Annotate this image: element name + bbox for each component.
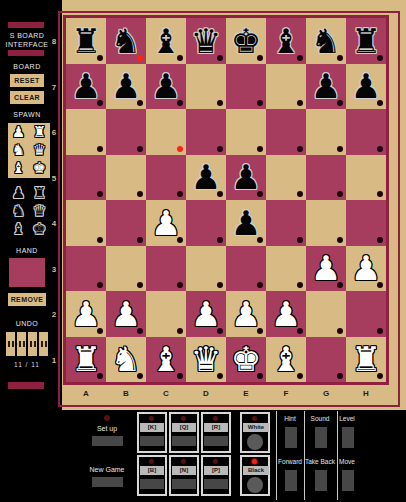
setup-button[interactable] xyxy=(92,436,123,446)
piece-button-label: [Q] xyxy=(172,423,196,432)
square-b6[interactable] xyxy=(106,109,146,155)
piece-button-box-n: [N] xyxy=(169,455,199,496)
undo-slot-4[interactable] xyxy=(39,332,48,356)
piece-button-label: [P] xyxy=(204,466,228,475)
piece-button-k[interactable] xyxy=(140,436,164,446)
piece-button-p[interactable] xyxy=(204,479,228,489)
file-label-h: H xyxy=(346,389,386,398)
spawn-black-king[interactable]: ♚ xyxy=(29,220,50,238)
black-pawn-icon: ♟ xyxy=(12,186,25,201)
square-h1[interactable]: ♜ xyxy=(346,337,386,383)
square-e8[interactable]: ♚ xyxy=(226,18,266,64)
control-divider-3 xyxy=(337,411,338,500)
square-a5[interactable] xyxy=(66,155,106,201)
piece-button-led xyxy=(181,416,186,421)
spawn-white-king[interactable]: ♚ xyxy=(29,159,50,177)
side-button-label: White xyxy=(243,423,269,432)
square-a6[interactable] xyxy=(66,109,106,155)
control-divider-1 xyxy=(276,411,277,500)
square-e7[interactable] xyxy=(226,64,266,110)
square-a4[interactable] xyxy=(66,200,106,246)
white-rook-a1: ♜ xyxy=(66,337,106,383)
black-pawn-b7: ♟ xyxy=(106,64,146,110)
black-knight-icon: ♞ xyxy=(12,204,25,219)
black-pawn-h7: ♟ xyxy=(346,64,386,110)
piece-button-label: [R] xyxy=(204,423,228,432)
square-f6[interactable] xyxy=(266,109,306,155)
black-pawn-d5: ♟ xyxy=(186,155,226,201)
spawn-white-pawn[interactable]: ♟ xyxy=(8,123,29,141)
accent-bar-title xyxy=(8,50,44,56)
white-king-e1: ♚ xyxy=(226,337,266,383)
black-bishop-icon: ♝ xyxy=(12,222,25,237)
chess-computer-ui: S BOARD INTERFACE BOARD RESET CLEAR SPAW… xyxy=(0,0,406,502)
spawn-palette-white: ♟♜♞♛♝♚ xyxy=(8,123,50,178)
spawn-black-rook[interactable]: ♜ xyxy=(29,184,50,202)
side-button-box-black: Black xyxy=(240,455,270,496)
file-label-f: F xyxy=(266,389,306,398)
white-pawn-b2: ♟ xyxy=(106,291,146,337)
square-b1[interactable]: ♞ xyxy=(106,337,146,383)
black-pawn-g7: ♟ xyxy=(306,64,346,110)
side-button-label: Black xyxy=(243,466,269,475)
clear-button[interactable]: CLEAR xyxy=(10,91,44,104)
square-c6[interactable] xyxy=(146,109,186,155)
black-pawn-c7: ♟ xyxy=(146,64,186,110)
black-bishop-c8: ♝ xyxy=(146,18,186,64)
control-panel: Set up New Game [K][Q][R][B][N][P] White… xyxy=(0,410,406,502)
square-c2[interactable] xyxy=(146,291,186,337)
undo-slot-1[interactable] xyxy=(6,332,15,356)
piece-button-n[interactable] xyxy=(172,479,196,489)
white-pawn-g3: ♟ xyxy=(306,246,346,292)
piece-button-b[interactable] xyxy=(140,479,164,489)
white-rook-icon: ♜ xyxy=(33,125,46,140)
white-king-icon: ♚ xyxy=(33,161,46,176)
square-f3[interactable] xyxy=(266,246,306,292)
spawn-white-rook[interactable]: ♜ xyxy=(29,123,50,141)
spawn-black-queen[interactable]: ♛ xyxy=(29,202,50,220)
accent-bar-top xyxy=(8,22,44,28)
white-bishop-icon: ♝ xyxy=(12,161,25,176)
white-pawn-d2: ♟ xyxy=(186,291,226,337)
remove-button[interactable]: REMOVE xyxy=(8,293,46,306)
square-h7[interactable]: ♟ xyxy=(346,64,386,110)
new-game-label: New Game xyxy=(78,466,136,473)
undo-slot-2[interactable] xyxy=(17,332,26,356)
piece-button-led xyxy=(149,459,154,464)
square-e3[interactable] xyxy=(226,246,266,292)
square-a3[interactable] xyxy=(66,246,106,292)
square-c1[interactable]: ♝ xyxy=(146,337,186,383)
square-f8[interactable]: ♝ xyxy=(266,18,306,64)
white-knight-icon: ♞ xyxy=(12,143,25,158)
black-rook-h8: ♜ xyxy=(346,18,386,64)
square-h5[interactable] xyxy=(346,155,386,201)
piece-button-box-b: [B] xyxy=(137,455,167,496)
square-f5[interactable] xyxy=(266,155,306,201)
forward-button[interactable] xyxy=(285,470,297,491)
piece-button-q[interactable] xyxy=(172,436,196,446)
reset-button[interactable]: RESET xyxy=(10,74,44,87)
white-pawn-icon: ♟ xyxy=(12,125,25,140)
piece-button-box-k: [K] xyxy=(137,412,167,453)
hint-button[interactable] xyxy=(285,427,297,448)
level-button[interactable] xyxy=(342,427,354,448)
square-g6[interactable] xyxy=(306,109,346,155)
square-h4[interactable] xyxy=(346,200,386,246)
undo-count: 11 / 11 xyxy=(0,361,54,368)
square-h8[interactable]: ♜ xyxy=(346,18,386,64)
piece-button-label: [B] xyxy=(140,466,164,475)
square-d1[interactable]: ♛ xyxy=(186,337,226,383)
piece-button-label: [N] xyxy=(172,466,196,475)
spawn-black-pawn[interactable]: ♟ xyxy=(8,184,29,202)
square-e5[interactable]: ♟ xyxy=(226,155,266,201)
black-knight-b8: ♞ xyxy=(106,18,146,64)
square-h2[interactable] xyxy=(346,291,386,337)
square-f2[interactable]: ♟ xyxy=(266,291,306,337)
level-label: Level xyxy=(325,415,369,422)
square-g3[interactable]: ♟ xyxy=(306,246,346,292)
white-queen-icon: ♛ xyxy=(33,143,46,158)
file-label-b: B xyxy=(106,389,146,398)
hand-swatch[interactable] xyxy=(9,258,45,287)
black-queen-d8: ♛ xyxy=(186,18,226,64)
move-button[interactable] xyxy=(342,470,354,491)
side-button-box-white: White xyxy=(240,412,270,453)
file-label-d: D xyxy=(186,389,226,398)
undo-section-label: UNDO xyxy=(0,320,54,327)
square-c8[interactable]: ♝ xyxy=(146,18,186,64)
black-rook-icon: ♜ xyxy=(33,186,46,201)
spawn-black-bishop[interactable]: ♝ xyxy=(8,220,29,238)
square-h6[interactable] xyxy=(346,109,386,155)
white-pawn-h3: ♟ xyxy=(346,246,386,292)
square-d2[interactable]: ♟ xyxy=(186,291,226,337)
square-e4[interactable]: ♟ xyxy=(226,200,266,246)
square-d8[interactable]: ♛ xyxy=(186,18,226,64)
side-button-black[interactable] xyxy=(247,477,263,493)
piece-button-label: [K] xyxy=(140,423,164,432)
black-pawn-e4: ♟ xyxy=(226,200,266,246)
spawn-palette-black: ♟♜♞♛♝♚ xyxy=(8,184,50,240)
square-f1[interactable]: ♝ xyxy=(266,337,306,383)
square-e6[interactable] xyxy=(226,109,266,155)
spawn-white-knight[interactable]: ♞ xyxy=(8,141,29,159)
chess-board: ♜♞♝♛♚♝♞♜♟♟♟♟♟♟♟♟♟♟♟♟♟♟♟♟♜♞♝♛♚♝♜ xyxy=(63,15,389,385)
white-pawn-a2: ♟ xyxy=(66,291,106,337)
square-g8[interactable]: ♞ xyxy=(306,18,346,64)
spawn-section-label: SPAWN xyxy=(0,111,54,118)
square-b3[interactable] xyxy=(106,246,146,292)
square-g2[interactable] xyxy=(306,291,346,337)
square-d6[interactable] xyxy=(186,109,226,155)
piece-button-r[interactable] xyxy=(204,436,228,446)
black-king-e8: ♚ xyxy=(226,18,266,64)
black-knight-g8: ♞ xyxy=(306,18,346,64)
black-bishop-f8: ♝ xyxy=(266,18,306,64)
square-c5[interactable] xyxy=(146,155,186,201)
spawn-white-bishop[interactable]: ♝ xyxy=(8,159,29,177)
app-title: S BOARD INTERFACE xyxy=(2,31,52,50)
square-a8[interactable]: ♜ xyxy=(66,18,106,64)
square-b8[interactable]: ♞ xyxy=(106,18,146,64)
black-pawn-a7: ♟ xyxy=(66,64,106,110)
square-d7[interactable] xyxy=(186,64,226,110)
square-b5[interactable] xyxy=(106,155,146,201)
sound-button[interactable] xyxy=(315,427,327,448)
square-d4[interactable] xyxy=(186,200,226,246)
piece-button-led xyxy=(181,459,186,464)
square-b7[interactable]: ♟ xyxy=(106,64,146,110)
piece-button-box-r: [R] xyxy=(201,412,231,453)
square-b2[interactable]: ♟ xyxy=(106,291,146,337)
piece-button-box-q: [Q] xyxy=(169,412,199,453)
setup-led xyxy=(104,415,110,421)
white-pawn-f2: ♟ xyxy=(266,291,306,337)
white-rook-h1: ♜ xyxy=(346,337,386,383)
square-a7[interactable]: ♟ xyxy=(66,64,106,110)
move-label: Move xyxy=(325,458,369,465)
piece-button-led xyxy=(213,416,218,421)
file-label-a: A xyxy=(66,389,106,398)
file-label-g: G xyxy=(306,389,346,398)
square-c4[interactable]: ♟ xyxy=(146,200,186,246)
black-led xyxy=(252,459,257,464)
square-a1[interactable]: ♜ xyxy=(66,337,106,383)
side-button-white[interactable] xyxy=(247,434,263,450)
square-c3[interactable] xyxy=(146,246,186,292)
white-queen-d1: ♛ xyxy=(186,337,226,383)
square-g5[interactable] xyxy=(306,155,346,201)
white-bishop-c1: ♝ xyxy=(146,337,186,383)
piece-button-box-p: [P] xyxy=(201,455,231,496)
square-f7[interactable] xyxy=(266,64,306,110)
white-knight-b1: ♞ xyxy=(106,337,146,383)
square-h3[interactable]: ♟ xyxy=(346,246,386,292)
square-c7[interactable]: ♟ xyxy=(146,64,186,110)
black-king-icon: ♚ xyxy=(33,222,46,237)
white-pawn-c4: ♟ xyxy=(146,200,186,246)
square-e2[interactable]: ♟ xyxy=(226,291,266,337)
board-section-label: BOARD xyxy=(0,63,54,70)
square-e1[interactable]: ♚ xyxy=(226,337,266,383)
undo-slot-3[interactable] xyxy=(28,332,37,356)
control-divider-2 xyxy=(304,411,305,500)
accent-bar-bottom xyxy=(8,382,44,389)
square-b4[interactable] xyxy=(106,200,146,246)
board-panel: ♜♞♝♛♚♝♞♜♟♟♟♟♟♟♟♟♟♟♟♟♟♟♟♟♜♞♝♛♚♝♜ ABCDEFGH xyxy=(62,0,406,410)
white-bishop-f1: ♝ xyxy=(266,337,306,383)
black-queen-icon: ♛ xyxy=(33,204,46,219)
square-d3[interactable] xyxy=(186,246,226,292)
white-led xyxy=(252,416,257,421)
piece-button-led xyxy=(149,416,154,421)
spawn-black-knight[interactable]: ♞ xyxy=(8,202,29,220)
spawn-white-queen[interactable]: ♛ xyxy=(29,141,50,159)
black-rook-a8: ♜ xyxy=(66,18,106,64)
square-g1[interactable] xyxy=(306,337,346,383)
setup-label: Set up xyxy=(82,425,132,432)
hand-section-label: HAND xyxy=(0,247,54,254)
square-g4[interactable] xyxy=(306,200,346,246)
file-label-e: E xyxy=(226,389,266,398)
square-d5[interactable]: ♟ xyxy=(186,155,226,201)
piece-button-led xyxy=(213,459,218,464)
black-pawn-e5: ♟ xyxy=(226,155,266,201)
square-a2[interactable]: ♟ xyxy=(66,291,106,337)
take-back-button[interactable] xyxy=(315,470,327,491)
square-f4[interactable] xyxy=(266,200,306,246)
white-pawn-e2: ♟ xyxy=(226,291,266,337)
new-game-button[interactable] xyxy=(92,477,123,487)
square-g7[interactable]: ♟ xyxy=(306,64,346,110)
file-label-c: C xyxy=(146,389,186,398)
